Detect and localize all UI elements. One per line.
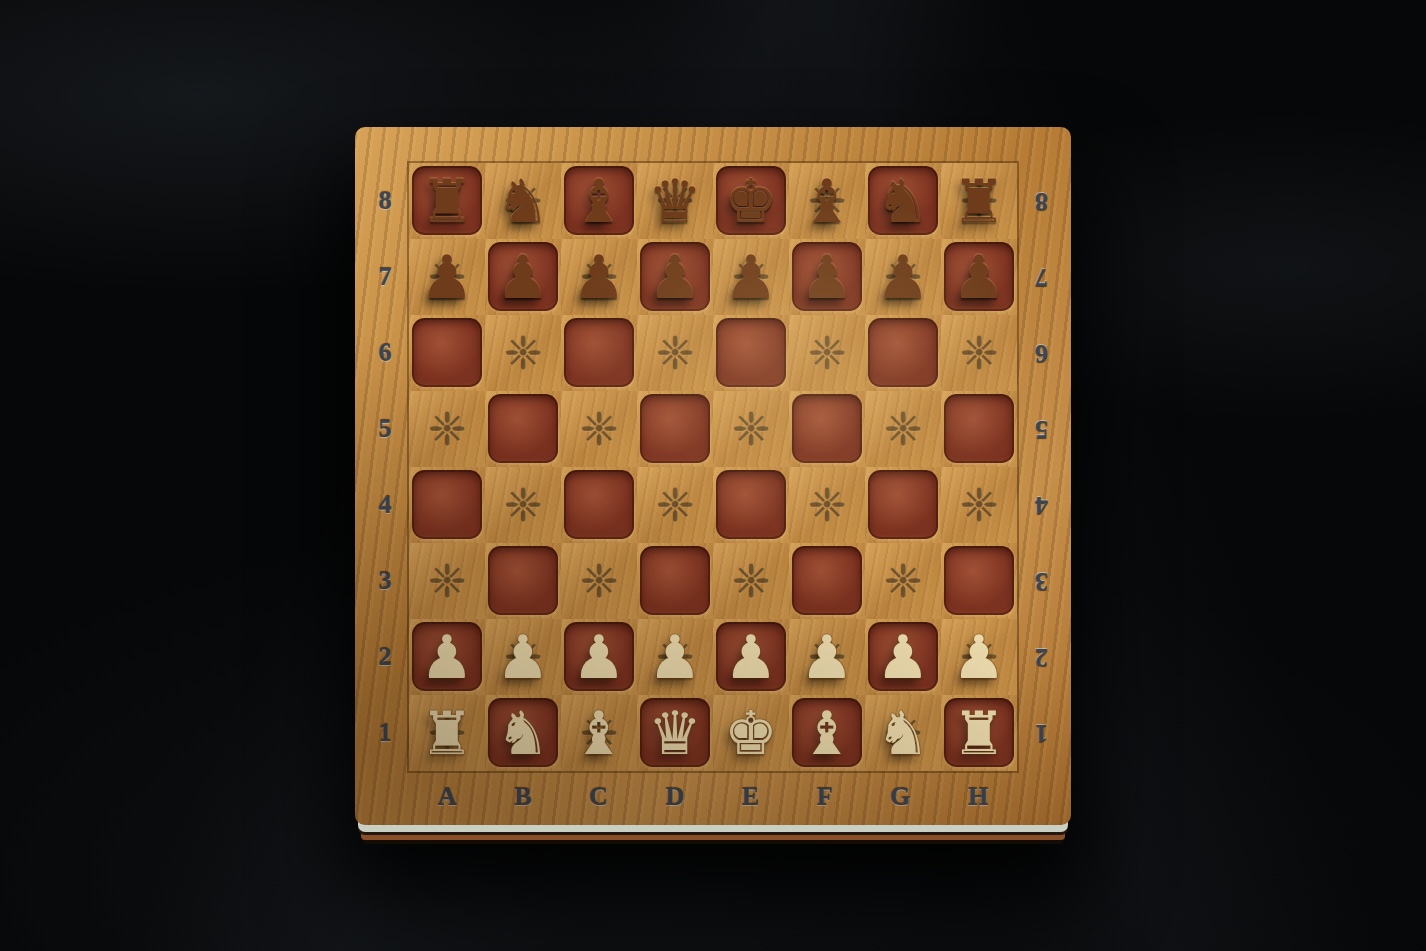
white-pawn: ♟ <box>800 627 854 687</box>
square-f3 <box>789 543 865 619</box>
square-a6 <box>409 315 485 391</box>
square-e2: ♟ <box>713 619 789 695</box>
black-pawn: ♟ <box>724 247 778 307</box>
file-label: D <box>665 782 684 812</box>
square-b1: ♞ <box>485 695 561 771</box>
square-ornament: ❈ <box>637 467 713 543</box>
file-label: B <box>514 782 531 812</box>
rank-label: 7 <box>379 262 392 292</box>
file-label: A <box>438 782 457 812</box>
file-label: E <box>742 782 759 812</box>
square-ornament: ❈ <box>485 315 561 391</box>
square-ornament: ❈ <box>865 543 941 619</box>
square-ornament: ❈ <box>409 391 485 467</box>
square-h6: ❈ <box>941 315 1017 391</box>
square-g6 <box>865 315 941 391</box>
rank-label: 1 <box>379 718 392 748</box>
square-e7: ❈♟ <box>713 239 789 315</box>
rank-label: 7 <box>1035 262 1048 292</box>
square-ornament: ❈ <box>561 543 637 619</box>
square-ornament: ❈ <box>637 315 713 391</box>
black-king: ♚ <box>724 171 778 231</box>
white-queen: ♛ <box>648 703 702 763</box>
square-d1: ♛ <box>637 695 713 771</box>
square-h7: ♟ <box>941 239 1017 315</box>
white-knight: ♞ <box>876 703 930 763</box>
square-d6: ❈ <box>637 315 713 391</box>
square-d8: ❈♛ <box>637 163 713 239</box>
square-e8: ♚ <box>713 163 789 239</box>
square-e1: ❈♚ <box>713 695 789 771</box>
square-c7: ❈♟ <box>561 239 637 315</box>
white-bishop: ♝ <box>572 703 626 763</box>
file-label: C <box>589 782 608 812</box>
rank-label: 2 <box>1035 642 1048 672</box>
square-c3: ❈ <box>561 543 637 619</box>
white-bishop: ♝ <box>800 703 854 763</box>
square-b8: ❈♞ <box>485 163 561 239</box>
file-label: F <box>817 782 833 812</box>
file-label: G <box>890 782 910 812</box>
white-pawn: ♟ <box>876 627 930 687</box>
square-b5 <box>485 391 561 467</box>
square-ornament: ❈ <box>789 467 865 543</box>
black-knight: ♞ <box>876 171 930 231</box>
square-e6 <box>713 315 789 391</box>
white-pawn: ♟ <box>420 627 474 687</box>
square-d2: ❈♟ <box>637 619 713 695</box>
square-h5 <box>941 391 1017 467</box>
white-pawn: ♟ <box>496 627 550 687</box>
scene: 87654321 87654321 ABCDEFGH ♜❈♞♝❈♛♚❈♝♞❈♜❈… <box>0 0 1426 951</box>
black-fabric-background: { "game": "chess", "position": { "fen": … <box>0 0 1426 951</box>
white-pawn: ♟ <box>648 627 702 687</box>
square-g4 <box>865 467 941 543</box>
square-d5 <box>637 391 713 467</box>
white-rook: ♜ <box>952 703 1006 763</box>
square-b4: ❈ <box>485 467 561 543</box>
rank-label: 6 <box>1035 338 1048 368</box>
square-f1: ♝ <box>789 695 865 771</box>
square-f5 <box>789 391 865 467</box>
square-a8: ♜ <box>409 163 485 239</box>
square-ornament: ❈ <box>713 391 789 467</box>
square-b2: ❈♟ <box>485 619 561 695</box>
square-d4: ❈ <box>637 467 713 543</box>
square-c5: ❈ <box>561 391 637 467</box>
square-d7: ♟ <box>637 239 713 315</box>
square-c6 <box>561 315 637 391</box>
square-f2: ❈♟ <box>789 619 865 695</box>
square-f4: ❈ <box>789 467 865 543</box>
square-d3 <box>637 543 713 619</box>
square-g3: ❈ <box>865 543 941 619</box>
chess-box: 87654321 87654321 ABCDEFGH ♜❈♞♝❈♛♚❈♝♞❈♜❈… <box>355 127 1071 825</box>
black-pawn: ♟ <box>572 247 626 307</box>
file-labels: ABCDEFGH <box>409 774 1017 820</box>
square-ornament: ❈ <box>789 315 865 391</box>
square-f8: ❈♝ <box>789 163 865 239</box>
square-g7: ❈♟ <box>865 239 941 315</box>
square-a7: ❈♟ <box>409 239 485 315</box>
white-rook: ♜ <box>420 703 474 763</box>
square-a1: ❈♜ <box>409 695 485 771</box>
black-queen: ♛ <box>648 171 702 231</box>
black-rook: ♜ <box>420 171 474 231</box>
black-pawn: ♟ <box>800 247 854 307</box>
square-c4 <box>561 467 637 543</box>
square-e5: ❈ <box>713 391 789 467</box>
rank-label: 4 <box>1035 490 1048 520</box>
rank-label: 8 <box>379 186 392 216</box>
square-ornament: ❈ <box>409 543 485 619</box>
white-pawn: ♟ <box>952 627 1006 687</box>
white-king: ♚ <box>724 703 778 763</box>
square-h1: ♜ <box>941 695 1017 771</box>
square-h4: ❈ <box>941 467 1017 543</box>
rank-labels-left: 87654321 <box>363 163 407 771</box>
square-c2: ♟ <box>561 619 637 695</box>
rank-label: 4 <box>379 490 392 520</box>
black-pawn: ♟ <box>420 247 474 307</box>
square-e4 <box>713 467 789 543</box>
black-bishop: ♝ <box>572 171 626 231</box>
square-ornament: ❈ <box>941 467 1017 543</box>
square-g2: ♟ <box>865 619 941 695</box>
square-g5: ❈ <box>865 391 941 467</box>
square-a2: ♟ <box>409 619 485 695</box>
square-g1: ❈♞ <box>865 695 941 771</box>
white-pawn: ♟ <box>572 627 626 687</box>
square-ornament: ❈ <box>865 391 941 467</box>
square-ornament: ❈ <box>941 315 1017 391</box>
white-knight: ♞ <box>496 703 550 763</box>
file-label: H <box>968 782 988 812</box>
rank-label: 3 <box>1035 566 1048 596</box>
square-a4 <box>409 467 485 543</box>
square-a3: ❈ <box>409 543 485 619</box>
square-ornament: ❈ <box>713 543 789 619</box>
square-g8: ♞ <box>865 163 941 239</box>
square-c8: ♝ <box>561 163 637 239</box>
rank-label: 1 <box>1035 718 1048 748</box>
square-h8: ❈♜ <box>941 163 1017 239</box>
black-bishop: ♝ <box>800 171 854 231</box>
square-b7: ♟ <box>485 239 561 315</box>
rank-label: 5 <box>379 414 392 444</box>
black-pawn: ♟ <box>876 247 930 307</box>
rank-label: 2 <box>379 642 392 672</box>
square-c1: ❈♝ <box>561 695 637 771</box>
square-e3: ❈ <box>713 543 789 619</box>
rank-label: 5 <box>1035 414 1048 444</box>
white-pawn: ♟ <box>724 627 778 687</box>
square-b6: ❈ <box>485 315 561 391</box>
rank-label: 6 <box>379 338 392 368</box>
square-ornament: ❈ <box>561 391 637 467</box>
rank-label: 8 <box>1035 186 1048 216</box>
black-rook: ♜ <box>952 171 1006 231</box>
rank-labels-right: 87654321 <box>1019 163 1063 771</box>
square-ornament: ❈ <box>485 467 561 543</box>
square-a5: ❈ <box>409 391 485 467</box>
black-knight: ♞ <box>496 171 550 231</box>
black-pawn: ♟ <box>648 247 702 307</box>
chess-board: ♜❈♞♝❈♛♚❈♝♞❈♜❈♟♟❈♟♟❈♟♟❈♟♟❈❈❈❈❈❈❈❈❈❈❈❈❈❈❈❈… <box>409 163 1017 771</box>
black-pawn: ♟ <box>952 247 1006 307</box>
square-h2: ❈♟ <box>941 619 1017 695</box>
square-f7: ♟ <box>789 239 865 315</box>
square-f6: ❈ <box>789 315 865 391</box>
black-pawn: ♟ <box>496 247 550 307</box>
rank-label: 3 <box>379 566 392 596</box>
square-b3 <box>485 543 561 619</box>
square-h3 <box>941 543 1017 619</box>
